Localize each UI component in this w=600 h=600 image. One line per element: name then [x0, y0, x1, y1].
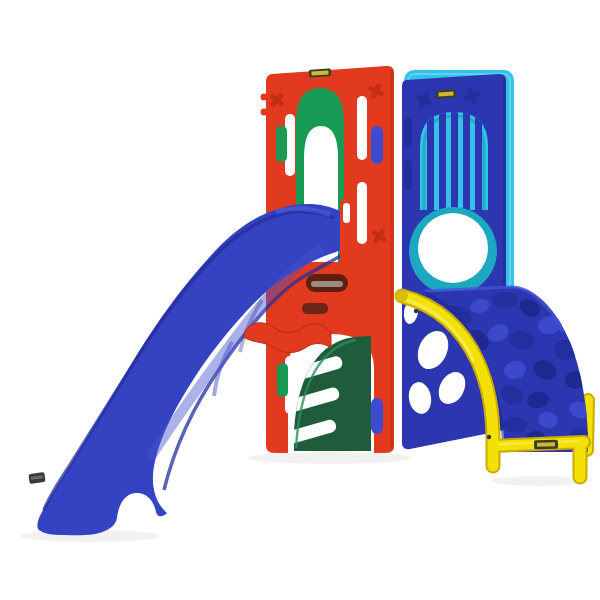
- screw: [414, 309, 418, 313]
- platform-bar: [311, 281, 343, 287]
- edge-knob: [261, 109, 268, 116]
- grip-slot: [343, 203, 350, 223]
- porthole-opening: [418, 213, 488, 283]
- screw: [487, 435, 491, 439]
- platform-slot: [302, 303, 328, 314]
- playground-product-photo: Cyan back panel edge Green arch insert b…: [0, 0, 600, 600]
- arch-edge-overlay: [340, 200, 356, 270]
- tube-end-cap: [396, 290, 408, 302]
- rail-badge: [534, 440, 558, 450]
- edge-knob: [261, 94, 268, 101]
- blue-panel-badge: [436, 89, 456, 98]
- grip-handle-blue: [371, 126, 383, 164]
- grip-handle-blue: [371, 398, 383, 434]
- grip-handle-green: [276, 126, 287, 162]
- grip-slot: [357, 96, 367, 160]
- grip-handle-green: [277, 363, 288, 397]
- grip-slot: [357, 182, 367, 244]
- panel-slot: [404, 118, 412, 148]
- red-panel-badge: [309, 68, 332, 78]
- panel-slot: [404, 160, 412, 190]
